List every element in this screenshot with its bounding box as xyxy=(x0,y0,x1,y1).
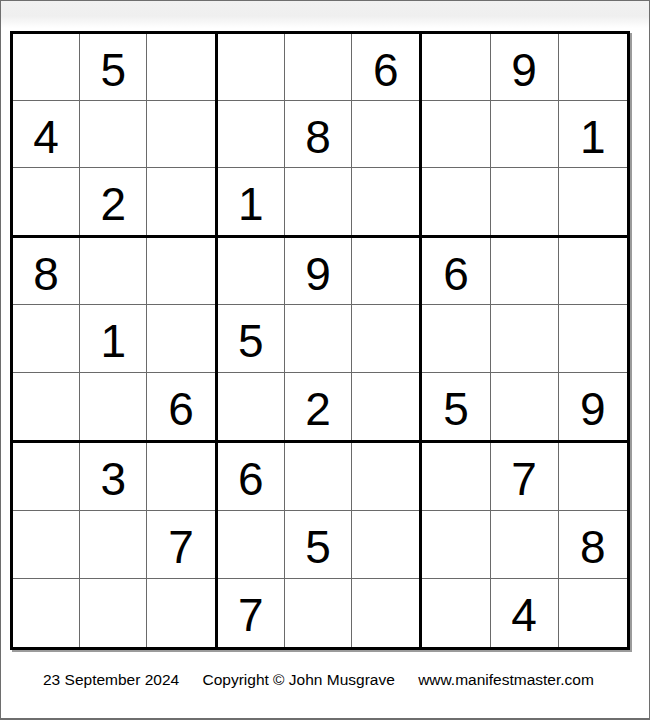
sudoku-cell-r3c9 xyxy=(559,168,627,235)
sudoku-cell-r1c4 xyxy=(218,34,285,101)
sudoku-cell-r8c5: 5 xyxy=(285,511,352,579)
copyright-text: Copyright © John Musgrave xyxy=(202,671,394,688)
sudoku-cell-r8c9: 8 xyxy=(559,511,627,579)
sudoku-cell-r3c8 xyxy=(491,168,559,235)
sudoku-cell-r6c2 xyxy=(80,373,147,440)
puzzle-date: 23 September 2024 xyxy=(43,671,179,688)
sudoku-cell-r4c7: 6 xyxy=(422,238,490,305)
sudoku-cell-r7c8: 7 xyxy=(491,443,559,511)
website-url: www.manifestmaster.com xyxy=(418,671,594,688)
sudoku-cell-r5c2: 1 xyxy=(80,305,147,372)
sudoku-cell-r7c4: 6 xyxy=(218,443,285,511)
sudoku-cell-r6c9: 9 xyxy=(559,373,627,440)
sudoku-cell-r3c7 xyxy=(422,168,490,235)
sudoku-box-9: 784 xyxy=(422,443,627,647)
sudoku-cell-r1c5 xyxy=(285,34,352,101)
sudoku-cell-r1c8: 9 xyxy=(491,34,559,101)
sudoku-board: 5426819181695265937657784 xyxy=(10,31,630,650)
sudoku-cell-r3c3 xyxy=(147,168,214,235)
sudoku-cell-r9c2 xyxy=(80,579,147,647)
sudoku-cell-r2c3 xyxy=(147,101,214,168)
sudoku-cell-r8c6 xyxy=(352,511,419,579)
sudoku-cell-r5c8 xyxy=(491,305,559,372)
sudoku-cell-r2c5: 8 xyxy=(285,101,352,168)
sudoku-box-5: 952 xyxy=(218,238,423,442)
sudoku-cell-r2c9: 1 xyxy=(559,101,627,168)
sudoku-cell-r9c9 xyxy=(559,579,627,647)
sudoku-cell-r7c5 xyxy=(285,443,352,511)
sudoku-cell-r5c6 xyxy=(352,305,419,372)
sudoku-cell-r2c4 xyxy=(218,101,285,168)
sudoku-cell-r3c2: 2 xyxy=(80,168,147,235)
sudoku-cell-r9c4: 7 xyxy=(218,579,285,647)
sudoku-cell-r8c2 xyxy=(80,511,147,579)
sudoku-cell-r5c3 xyxy=(147,305,214,372)
sudoku-cell-r8c4 xyxy=(218,511,285,579)
sudoku-cell-r1c2: 5 xyxy=(80,34,147,101)
sudoku-cell-r4c5: 9 xyxy=(285,238,352,305)
sudoku-box-4: 816 xyxy=(13,238,218,442)
sudoku-cell-r6c3: 6 xyxy=(147,373,214,440)
sudoku-cell-r5c7 xyxy=(422,305,490,372)
page-header-gradient xyxy=(1,1,649,28)
sudoku-cell-r5c4: 5 xyxy=(218,305,285,372)
sudoku-cell-r5c1 xyxy=(13,305,80,372)
sudoku-box-2: 681 xyxy=(218,34,423,238)
sudoku-cell-r6c5: 2 xyxy=(285,373,352,440)
sudoku-cell-r5c5 xyxy=(285,305,352,372)
sudoku-cell-r8c1 xyxy=(13,511,80,579)
sudoku-cell-r8c8 xyxy=(491,511,559,579)
sudoku-cell-r7c2: 3 xyxy=(80,443,147,511)
sudoku-cell-r8c3: 7 xyxy=(147,511,214,579)
sudoku-cell-r5c9 xyxy=(559,305,627,372)
sudoku-box-7: 37 xyxy=(13,443,218,647)
sudoku-cell-r3c5 xyxy=(285,168,352,235)
sudoku-cell-r3c6 xyxy=(352,168,419,235)
sudoku-cell-r7c3 xyxy=(147,443,214,511)
sudoku-cell-r2c1: 4 xyxy=(13,101,80,168)
sudoku-cell-r2c6 xyxy=(352,101,419,168)
sudoku-cell-r1c3 xyxy=(147,34,214,101)
sudoku-cell-r9c3 xyxy=(147,579,214,647)
sudoku-cell-r4c4 xyxy=(218,238,285,305)
sudoku-cell-r6c4 xyxy=(218,373,285,440)
sudoku-cell-r9c5 xyxy=(285,579,352,647)
sudoku-cell-r2c7 xyxy=(422,101,490,168)
sudoku-box-8: 657 xyxy=(218,443,423,647)
sudoku-cell-r4c3 xyxy=(147,238,214,305)
sudoku-cell-r6c1 xyxy=(13,373,80,440)
sudoku-box-1: 542 xyxy=(13,34,218,238)
sudoku-cell-r7c6 xyxy=(352,443,419,511)
sudoku-cell-r4c2 xyxy=(80,238,147,305)
sudoku-cell-r6c7: 5 xyxy=(422,373,490,440)
sudoku-cell-r3c1 xyxy=(13,168,80,235)
sudoku-cell-r1c7 xyxy=(422,34,490,101)
footer: 23 September 2024 Copyright © John Musgr… xyxy=(43,671,594,689)
sudoku-cell-r9c1 xyxy=(13,579,80,647)
sudoku-box-6: 659 xyxy=(422,238,627,442)
sudoku-cell-r3c4: 1 xyxy=(218,168,285,235)
sudoku-cell-r1c9 xyxy=(559,34,627,101)
sudoku-cell-r4c1: 8 xyxy=(13,238,80,305)
sudoku-cell-r6c6 xyxy=(352,373,419,440)
sudoku-cell-r2c2 xyxy=(80,101,147,168)
sudoku-cell-r4c9 xyxy=(559,238,627,305)
sudoku-box-3: 91 xyxy=(422,34,627,238)
puzzle-page: 5426819181695265937657784 23 September 2… xyxy=(0,0,650,720)
sudoku-cell-r2c8 xyxy=(491,101,559,168)
sudoku-cell-r9c6 xyxy=(352,579,419,647)
sudoku-cell-r4c6 xyxy=(352,238,419,305)
sudoku-cell-r7c1 xyxy=(13,443,80,511)
sudoku-cell-r8c7 xyxy=(422,511,490,579)
sudoku-cell-r6c8 xyxy=(491,373,559,440)
sudoku-cell-r1c6: 6 xyxy=(352,34,419,101)
sudoku-cell-r9c7 xyxy=(422,579,490,647)
sudoku-cell-r7c7 xyxy=(422,443,490,511)
sudoku-cell-r7c9 xyxy=(559,443,627,511)
sudoku-cell-r9c8: 4 xyxy=(491,579,559,647)
sudoku-cell-r4c8 xyxy=(491,238,559,305)
sudoku-cell-r1c1 xyxy=(13,34,80,101)
